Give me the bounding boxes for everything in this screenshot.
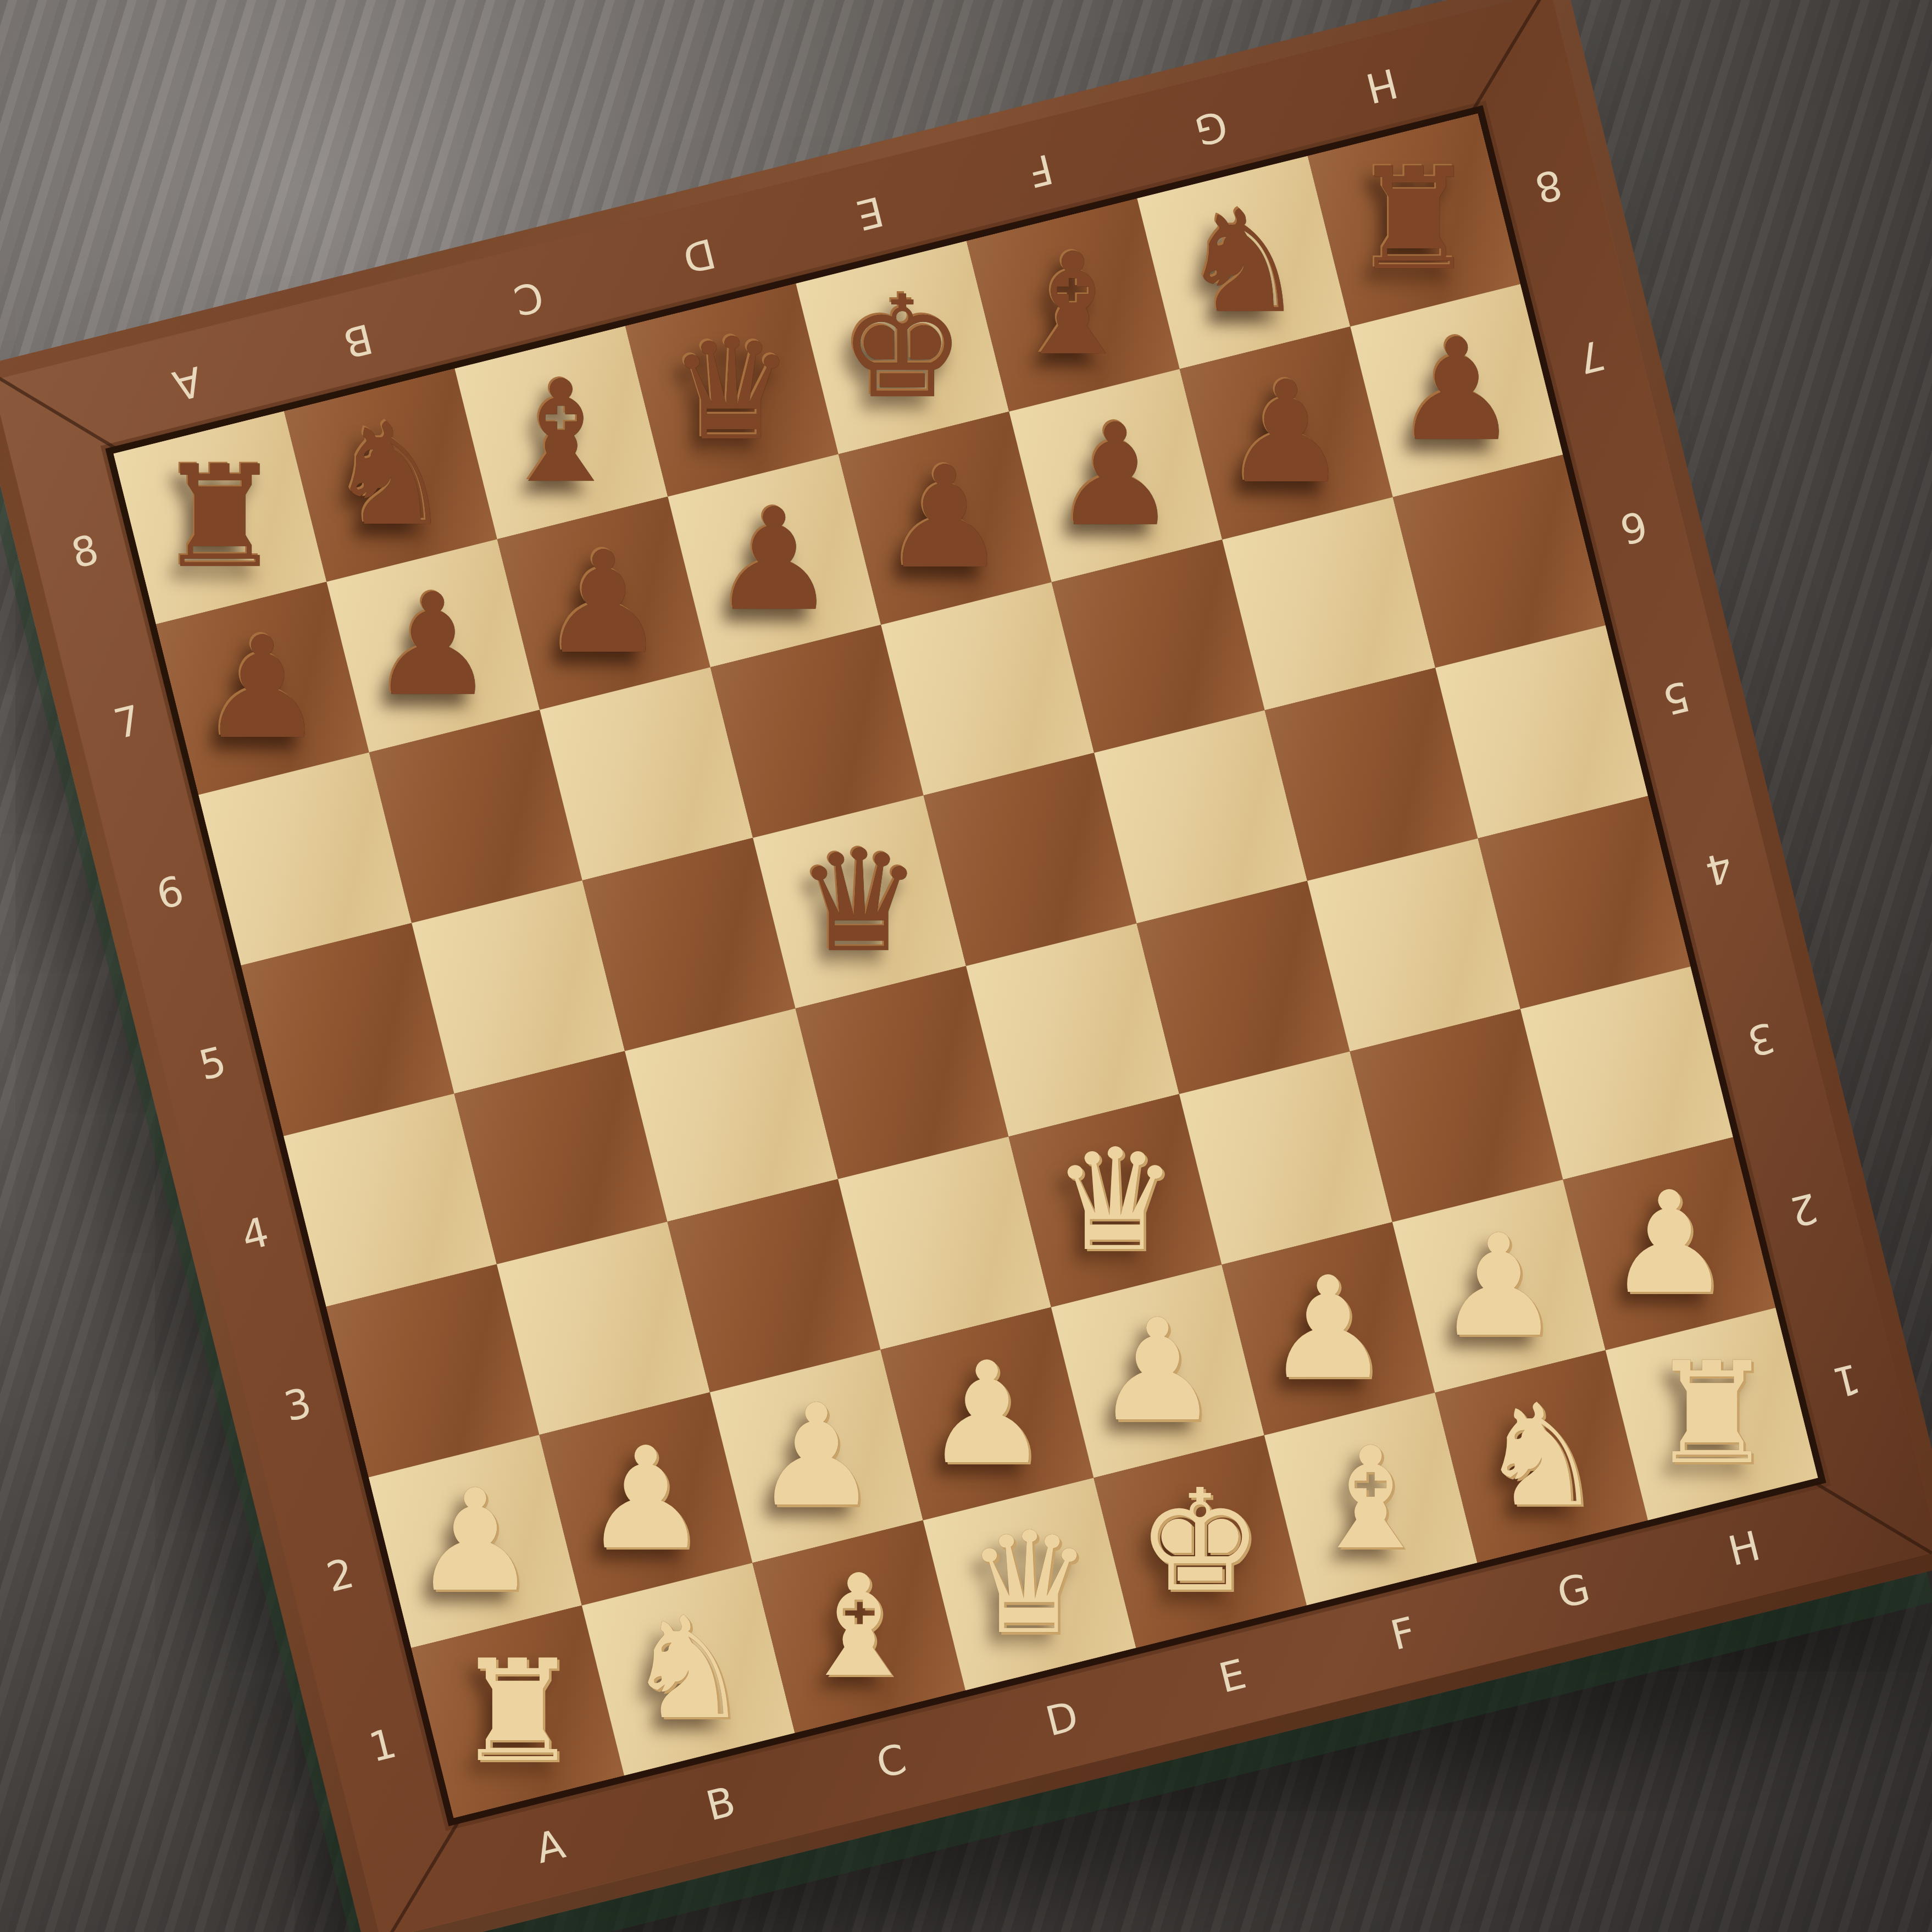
piece-black-rook-h8: ♜ [1351,150,1477,291]
piece-white-pawn-a2: ♟ [412,1471,538,1612]
piece-white-pawn-h2: ♟ [1606,1173,1732,1314]
piece-white-rook-h1: ♜ [1649,1344,1775,1485]
piece-black-queen-d5: ♛ [796,831,922,972]
table-surface: ABCDEFGH ABCDEFGH 12345678 12345678 ♜♞♝♛… [0,0,1932,1932]
corner-miter-seam [1473,0,1545,110]
piece-white-queen-d1: ♛ [967,1514,1092,1655]
piece-white-bishop-f1: ♝ [1308,1429,1434,1569]
piece-white-pawn-b2: ♟ [583,1429,709,1569]
piece-white-pawn-g2: ♟ [1436,1216,1562,1357]
piece-white-knight-b1: ♞ [625,1599,751,1740]
piece-black-pawn-a7: ♟ [199,618,325,759]
piece-black-rook-a8: ♜ [157,447,283,588]
piece-black-pawn-d7: ♟ [712,491,837,631]
piece-white-pawn-e2: ♟ [1095,1301,1220,1441]
piece-white-rook-a1: ♜ [455,1641,581,1782]
piece-black-queen-d8: ♛ [669,320,795,460]
piece-white-knight-g1: ♞ [1478,1386,1604,1527]
piece-black-knight-b8: ♞ [327,405,453,546]
piece-white-bishop-c1: ♝ [796,1557,921,1697]
piece-white-pawn-c2: ♟ [753,1386,879,1526]
piece-white-pawn-f2: ♟ [1265,1258,1391,1399]
piece-black-bishop-f8: ♝ [1010,235,1136,375]
piece-black-bishop-c8: ♝ [498,363,624,503]
piece-black-pawn-e7: ♟ [882,448,1008,589]
chessboard: ABCDEFGH ABCDEFGH 12345678 12345678 ♜♞♝♛… [0,0,1932,1932]
piece-black-king-e8: ♚ [840,277,965,418]
piece-black-pawn-h7: ♟ [1394,320,1519,461]
board-rotation-wrap: ABCDEFGH ABCDEFGH 12345678 12345678 ♜♞♝♛… [0,0,1932,1932]
corner-miter-seam [387,1822,460,1932]
piece-black-pawn-g7: ♟ [1223,363,1349,503]
piece-white-pawn-d2: ♟ [924,1343,1050,1484]
piece-white-queen-e3: ♛ [1052,1130,1178,1271]
piece-black-pawn-f7: ♟ [1052,406,1178,546]
piece-black-knight-g8: ♞ [1180,192,1306,333]
piece-black-pawn-b7: ♟ [370,575,496,716]
piece-black-pawn-c7: ♟ [541,533,667,674]
piece-white-king-e1: ♚ [1137,1472,1263,1612]
